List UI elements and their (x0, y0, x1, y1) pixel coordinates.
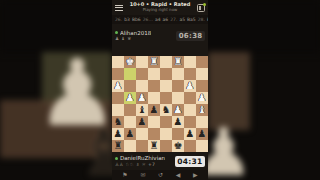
square-a3[interactable] (196, 80, 208, 92)
move-token[interactable]: 27. (170, 17, 177, 22)
top-player-info[interactable]: Alihan2018 ♟ ♝ ♛ (115, 30, 176, 42)
square-a2[interactable] (196, 68, 208, 80)
black-pawn[interactable]: ♟ (136, 116, 148, 128)
bottom-player-name: DanielRuZhivian (120, 155, 165, 162)
square-e6[interactable] (148, 116, 160, 128)
black-bishop[interactable]: ♝ (136, 104, 148, 116)
material-advantage: +7 (148, 162, 155, 167)
square-e4[interactable] (148, 92, 160, 104)
square-b8[interactable] (184, 140, 196, 152)
square-c5[interactable]: ♟ (172, 104, 184, 116)
chat-icon[interactable]: ✉ (140, 172, 145, 178)
square-a8[interactable] (196, 140, 208, 152)
top-player-captured: ♟ ♝ ♛ (115, 36, 176, 41)
black-knight[interactable]: ♞ (112, 116, 124, 128)
square-f8[interactable] (136, 140, 148, 152)
square-f1[interactable] (136, 56, 148, 68)
square-g8[interactable] (124, 140, 136, 152)
black-knight[interactable]: ♞ (160, 104, 172, 116)
square-g1[interactable]: ♚ (124, 56, 136, 68)
rewind-icon[interactable]: ↺ (158, 172, 163, 178)
game-toolbar: ⚑✉↺◀▶ (112, 170, 208, 180)
move-token[interactable]: b3 (124, 17, 130, 22)
square-h8[interactable]: ♜ (112, 140, 124, 152)
square-c6[interactable]: ♟ (172, 116, 184, 128)
square-f4[interactable]: ♟ (136, 92, 148, 104)
move-token[interactable]: a6 (163, 17, 169, 22)
white-rook[interactable]: ♜ (148, 56, 160, 68)
square-e1[interactable]: ♜ (148, 56, 160, 68)
white-pawn[interactable]: ♟ (196, 92, 208, 104)
move-token[interactable]: 26. (115, 17, 122, 22)
square-d8[interactable] (160, 140, 172, 152)
square-h3[interactable]: ♟ (112, 80, 124, 92)
prev-move-icon[interactable]: ◀ (176, 172, 181, 178)
white-king[interactable]: ♚ (124, 56, 136, 68)
square-b2[interactable] (184, 68, 196, 80)
square-f3[interactable] (136, 80, 148, 92)
white-rook[interactable]: ♜ (172, 56, 184, 68)
top-player-bar: Alihan2018 ♟ ♝ ♛ 06:38 (112, 26, 208, 45)
top-player-name: Alihan2018 (120, 30, 151, 37)
black-pawn[interactable]: ♟ (112, 128, 124, 140)
square-c2[interactable] (172, 68, 184, 80)
bottom-player-info[interactable]: DanielRuZhivian ♙♙ ♘♘ ♗ ♕ +7 (115, 155, 175, 167)
square-d5[interactable]: ♞ (160, 104, 172, 116)
square-c3[interactable] (172, 80, 184, 92)
move-token[interactable]: Ba5 (187, 17, 196, 22)
move-list-strip[interactable]: 26.b3Bb626…a4a627.a5Ba528.Bc5Bb428.g4 (112, 15, 208, 24)
square-h2[interactable] (112, 68, 124, 80)
square-c8[interactable]: ♚ (172, 140, 184, 152)
white-pawn[interactable]: ♟ (112, 80, 124, 92)
square-d1[interactable] (160, 56, 172, 68)
square-c7[interactable] (172, 128, 184, 140)
square-g2[interactable] (124, 68, 136, 80)
square-b1[interactable] (184, 56, 196, 68)
app-window: 10+0 • Rapid • Rated Playing right now 2… (112, 0, 208, 180)
square-e5[interactable]: ♟ (148, 104, 160, 116)
square-b7[interactable]: ♟ (184, 128, 196, 140)
square-d4[interactable] (160, 92, 172, 104)
square-a4[interactable]: ♟ (196, 92, 208, 104)
square-e8[interactable]: ♜ (148, 140, 160, 152)
black-rook[interactable]: ♜ (112, 140, 124, 152)
black-pawn[interactable]: ♟ (148, 104, 160, 116)
square-h6[interactable]: ♞ (112, 116, 124, 128)
square-h5[interactable] (112, 104, 124, 116)
square-a6[interactable] (196, 116, 208, 128)
square-a7[interactable]: ♟ (196, 128, 208, 140)
notification-dot (203, 3, 206, 6)
bottom-player-clock: 04:31 (175, 156, 205, 167)
black-king[interactable]: ♚ (172, 140, 184, 152)
square-d7[interactable] (160, 128, 172, 140)
square-d2[interactable] (160, 68, 172, 80)
black-pawn[interactable]: ♟ (196, 128, 208, 140)
square-b4[interactable] (184, 92, 196, 104)
notification-board-icon[interactable] (197, 4, 205, 12)
black-rook[interactable]: ♜ (148, 140, 160, 152)
square-e3[interactable] (148, 80, 160, 92)
white-pawn[interactable]: ♟ (172, 104, 184, 116)
online-dot (115, 31, 118, 34)
square-h1[interactable] (112, 56, 124, 68)
square-b3[interactable]: ♟ (184, 80, 196, 92)
black-pawn[interactable]: ♟ (184, 128, 196, 140)
square-h4[interactable] (112, 92, 124, 104)
square-c1[interactable]: ♜ (172, 56, 184, 68)
square-h7[interactable]: ♟ (112, 128, 124, 140)
square-a1[interactable] (196, 56, 208, 68)
chess-board[interactable]: ♚♜♜♟♟♟♟♟♝♟♞♟♝♞♟♟♟♟♟♟♜♜♚ (112, 56, 208, 152)
game-title-block: 10+0 • Rapid • Rated Playing right now (123, 2, 197, 12)
square-f2[interactable] (136, 68, 148, 80)
flag-icon[interactable]: ⚑ (122, 172, 127, 178)
square-d3[interactable] (160, 80, 172, 92)
square-f6[interactable]: ♟ (136, 116, 148, 128)
square-c4[interactable] (172, 92, 184, 104)
move-token[interactable]: a5 (179, 17, 185, 22)
bottom-player-bar: DanielRuZhivian ♙♙ ♘♘ ♗ ♕ +7 04:31 (112, 152, 208, 170)
black-pawn[interactable]: ♟ (172, 116, 184, 128)
move-token[interactable]: Bb6 (132, 17, 141, 22)
black-pawn[interactable]: ♟ (124, 128, 136, 140)
move-token[interactable]: 28. (198, 17, 205, 22)
square-g7[interactable]: ♟ (124, 128, 136, 140)
move-token[interactable]: a4 (155, 17, 161, 22)
square-g5[interactable] (124, 104, 136, 116)
online-dot (115, 157, 118, 160)
move-token[interactable]: Bc5 (207, 17, 208, 22)
square-e2[interactable] (148, 68, 160, 80)
square-b5[interactable] (184, 104, 196, 116)
square-d6[interactable] (160, 116, 172, 128)
game-subtitle: Playing right now (123, 8, 197, 13)
app-header: 10+0 • Rapid • Rated Playing right now (112, 0, 208, 15)
square-f7[interactable] (136, 128, 148, 140)
move-token[interactable]: 26… (143, 17, 153, 22)
white-pawn[interactable]: ♟ (184, 80, 196, 92)
white-pawn[interactable]: ♟ (136, 92, 148, 104)
square-g4[interactable]: ♟ (124, 92, 136, 104)
bottom-player-captured: ♙♙ ♘♘ ♗ ♕ +7 (115, 162, 175, 167)
square-f5[interactable]: ♝ (136, 104, 148, 116)
square-g6[interactable] (124, 116, 136, 128)
white-bishop[interactable]: ♝ (196, 104, 208, 116)
menu-icon[interactable] (115, 5, 123, 11)
next-move-icon[interactable]: ▶ (193, 172, 198, 178)
white-pawn[interactable]: ♟ (124, 92, 136, 104)
top-player-clock: 06:38 (176, 31, 205, 41)
screenshot-root: ♟ ♝ ♟ 10+0 • Rapid • Rated Playing right… (0, 0, 320, 180)
square-e7[interactable] (148, 128, 160, 140)
square-g3[interactable] (124, 80, 136, 92)
square-a5[interactable]: ♝ (196, 104, 208, 116)
square-b6[interactable] (184, 116, 196, 128)
